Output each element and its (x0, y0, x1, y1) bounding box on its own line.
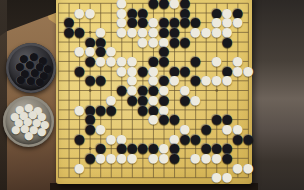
white-stone: ● (211, 28, 222, 38)
black-stone: ● (138, 105, 149, 115)
black-stone: ● (159, 0, 170, 8)
black-stone: ● (169, 153, 180, 163)
black-stone: ● (201, 124, 212, 134)
go-board: ●●●●●●●●●●●●●●●●●●●●●●●●●●●●●●●●●●●●●●●●… (56, 0, 252, 184)
black-stone: ● (180, 134, 191, 144)
black-stone: ● (222, 153, 233, 163)
white-stone: ● (95, 57, 106, 67)
white-stone: ● (233, 66, 244, 76)
black-stone: ● (233, 134, 244, 144)
black-stone: ● (180, 37, 191, 47)
black-stone: ● (190, 134, 201, 144)
black-stone: ● (169, 37, 180, 47)
black-stone: ● (74, 134, 85, 144)
white-stone: ● (95, 124, 106, 134)
black-stone: ● (138, 144, 149, 154)
white-stone: ● (243, 66, 254, 76)
black-stone: ● (95, 76, 106, 86)
white-stone: ● (159, 153, 170, 163)
white-stone: ● (211, 76, 222, 86)
black-stone: ● (74, 28, 85, 38)
white-stone: ● (127, 28, 138, 38)
white-stone: ● (201, 153, 212, 163)
white-stone-bowl: ●●●●●●●●●●●●●●●● (3, 96, 54, 147)
white-stone: ● (116, 66, 127, 76)
white-stone-in-bowl: ● (37, 126, 47, 137)
black-stone: ● (85, 76, 96, 86)
black-stone: ● (116, 86, 127, 96)
black-stone: ● (180, 95, 191, 105)
white-stone: ● (85, 8, 96, 18)
white-stone: ● (201, 28, 212, 38)
white-stone: ● (233, 163, 244, 173)
white-stone: ● (138, 37, 149, 47)
black-stone: ● (138, 66, 149, 76)
go-game-photo: ●●●●●●●●●●●●●●●●●●●●●●●●●●●●●●●●●●●●●●●●… (0, 0, 304, 190)
black-stone-in-bowl: ● (16, 74, 26, 85)
black-stone: ● (85, 57, 96, 67)
black-stone: ● (85, 124, 96, 134)
black-stone: ● (106, 105, 117, 115)
white-stone: ● (74, 105, 85, 115)
board-front-shadow (50, 183, 258, 190)
white-stone: ● (169, 76, 180, 86)
floor-right-of-board (252, 0, 304, 190)
white-stone: ● (190, 153, 201, 163)
white-stone: ● (106, 134, 117, 144)
white-stone: ● (169, 0, 180, 8)
black-stone: ● (243, 134, 254, 144)
white-stone: ● (243, 163, 254, 173)
black-stone: ● (64, 28, 75, 38)
white-stone: ● (95, 153, 106, 163)
black-stone: ● (211, 115, 222, 125)
black-stone: ● (95, 105, 106, 115)
black-stone: ● (180, 66, 191, 76)
black-stone: ● (159, 115, 170, 125)
white-stone: ● (211, 153, 222, 163)
stones-layer: ●●●●●●●●●●●●●●●●●●●●●●●●●●●●●●●●●●●●●●●●… (53, 0, 253, 183)
black-stone: ● (127, 95, 138, 105)
white-stone: ● (222, 76, 233, 86)
white-stone: ● (211, 173, 222, 183)
white-stone: ● (74, 8, 85, 18)
white-stone: ● (211, 57, 222, 67)
black-stone-bowl: ●●●●●●●●●●●●● (6, 43, 56, 93)
black-stone: ● (159, 57, 170, 67)
white-stone: ● (74, 163, 85, 173)
white-stone-in-bowl: ● (24, 130, 34, 141)
white-stone: ● (127, 153, 138, 163)
white-stone: ● (106, 57, 117, 67)
white-stone: ● (222, 124, 233, 134)
white-stone: ● (233, 18, 244, 28)
black-stone: ● (85, 153, 96, 163)
white-stone: ● (201, 76, 212, 86)
white-stone: ● (190, 28, 201, 38)
white-stone: ● (190, 95, 201, 105)
white-stone: ● (74, 47, 85, 57)
black-stone: ● (190, 76, 201, 86)
black-stone: ● (169, 115, 180, 125)
white-stone: ● (106, 153, 117, 163)
white-stone: ● (222, 173, 233, 183)
black-stone: ● (74, 66, 85, 76)
black-stone: ● (222, 37, 233, 47)
white-stone: ● (116, 153, 127, 163)
black-stone-in-bowl: ● (35, 76, 45, 87)
white-stone: ● (116, 28, 127, 38)
black-stone: ● (180, 18, 191, 28)
table-edge-shadow (0, 0, 7, 190)
black-stone: ● (190, 57, 201, 67)
